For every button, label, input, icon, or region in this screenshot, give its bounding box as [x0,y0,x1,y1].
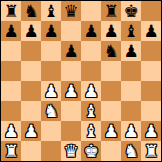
square-f2[interactable]: ♟ [101,121,121,141]
square-f3[interactable] [101,101,121,121]
square-g1[interactable]: ♞ [121,141,141,161]
square-e5[interactable] [81,61,101,81]
square-c6[interactable] [41,41,61,61]
black-queen[interactable]: ♛ [63,1,78,21]
white-pawn[interactable]: ♟ [3,121,18,141]
square-e8[interactable] [81,1,101,21]
square-f8[interactable]: ♜ [101,1,121,21]
square-d2[interactable] [61,121,81,141]
square-a3[interactable] [1,101,21,121]
square-c4[interactable]: ♟ [41,81,61,101]
square-c7[interactable]: ♟ [41,21,61,41]
square-g4[interactable] [121,81,141,101]
square-d7[interactable] [61,21,81,41]
black-knight[interactable]: ♞ [23,1,38,21]
black-bishop[interactable]: ♝ [123,21,138,41]
square-h3[interactable] [141,101,161,121]
white-bishop[interactable]: ♝ [83,101,98,121]
square-a5[interactable] [1,61,21,81]
square-h7[interactable]: ♟ [141,21,161,41]
square-h4[interactable] [141,81,161,101]
square-e1[interactable]: ♚ [81,141,101,161]
square-h6[interactable] [141,41,161,61]
square-d8[interactable]: ♛ [61,1,81,21]
white-pawn[interactable]: ♟ [63,81,78,101]
black-king[interactable]: ♚ [123,1,138,21]
square-g8[interactable]: ♚ [121,1,141,21]
square-g5[interactable] [121,61,141,81]
white-bishop[interactable]: ♝ [83,121,98,141]
square-d5[interactable] [61,61,81,81]
black-pawn[interactable]: ♟ [3,21,18,41]
square-d1[interactable]: ♛ [61,141,81,161]
square-a7[interactable]: ♟ [1,21,21,41]
square-g6[interactable]: ♟ [121,41,141,61]
square-a6[interactable] [1,41,21,61]
black-pawn[interactable]: ♟ [43,21,58,41]
square-c8[interactable]: ♝ [41,1,61,21]
square-a8[interactable]: ♜ [1,1,21,21]
black-pawn[interactable]: ♟ [143,21,158,41]
white-queen[interactable]: ♛ [63,141,78,161]
white-rook[interactable]: ♜ [3,141,18,161]
square-b1[interactable] [21,141,41,161]
square-h2[interactable]: ♟ [141,121,161,141]
black-pawn[interactable]: ♟ [83,21,98,41]
square-f7[interactable]: ♟ [101,21,121,41]
black-rook[interactable]: ♜ [3,1,18,21]
black-pawn[interactable]: ♟ [23,21,38,41]
square-e3[interactable]: ♝ [81,101,101,121]
chess-board: ♜♞♝♛♜♚♟♟♟♟♟♝♟♟♞♟♟♟♟♞♝♟♟♝♟♟♟♜♛♚♞♜ [0,0,162,162]
square-c3[interactable]: ♞ [41,101,61,121]
square-c1[interactable] [41,141,61,161]
white-pawn[interactable]: ♟ [143,121,158,141]
white-pawn[interactable]: ♟ [83,81,98,101]
black-pawn[interactable]: ♟ [63,41,78,61]
white-pawn[interactable]: ♟ [123,121,138,141]
square-b5[interactable] [21,61,41,81]
square-f1[interactable] [101,141,121,161]
white-knight[interactable]: ♞ [123,141,138,161]
black-rook[interactable]: ♜ [103,1,118,21]
square-b4[interactable] [21,81,41,101]
square-b8[interactable]: ♞ [21,1,41,21]
square-a4[interactable] [1,81,21,101]
square-g2[interactable]: ♟ [121,121,141,141]
square-h5[interactable] [141,61,161,81]
square-a1[interactable]: ♜ [1,141,21,161]
square-c2[interactable] [41,121,61,141]
black-pawn[interactable]: ♟ [103,21,118,41]
white-pawn[interactable]: ♟ [43,81,58,101]
square-b3[interactable] [21,101,41,121]
square-g7[interactable]: ♝ [121,21,141,41]
white-rook[interactable]: ♜ [143,141,158,161]
square-c5[interactable] [41,61,61,81]
square-e7[interactable]: ♟ [81,21,101,41]
square-d3[interactable] [61,101,81,121]
white-king[interactable]: ♚ [83,141,98,161]
square-g3[interactable] [121,101,141,121]
square-f6[interactable]: ♞ [101,41,121,61]
square-f4[interactable] [101,81,121,101]
square-d4[interactable]: ♟ [61,81,81,101]
white-knight[interactable]: ♞ [43,101,58,121]
square-b7[interactable]: ♟ [21,21,41,41]
square-f5[interactable] [101,61,121,81]
black-knight[interactable]: ♞ [103,41,118,61]
square-e6[interactable] [81,41,101,61]
square-h1[interactable]: ♜ [141,141,161,161]
black-pawn[interactable]: ♟ [123,41,138,61]
square-a2[interactable]: ♟ [1,121,21,141]
square-d6[interactable]: ♟ [61,41,81,61]
white-pawn[interactable]: ♟ [103,121,118,141]
square-b2[interactable]: ♟ [21,121,41,141]
square-e4[interactable]: ♟ [81,81,101,101]
square-b6[interactable] [21,41,41,61]
square-e2[interactable]: ♝ [81,121,101,141]
white-pawn[interactable]: ♟ [23,121,38,141]
square-h8[interactable] [141,1,161,21]
black-bishop[interactable]: ♝ [43,1,58,21]
